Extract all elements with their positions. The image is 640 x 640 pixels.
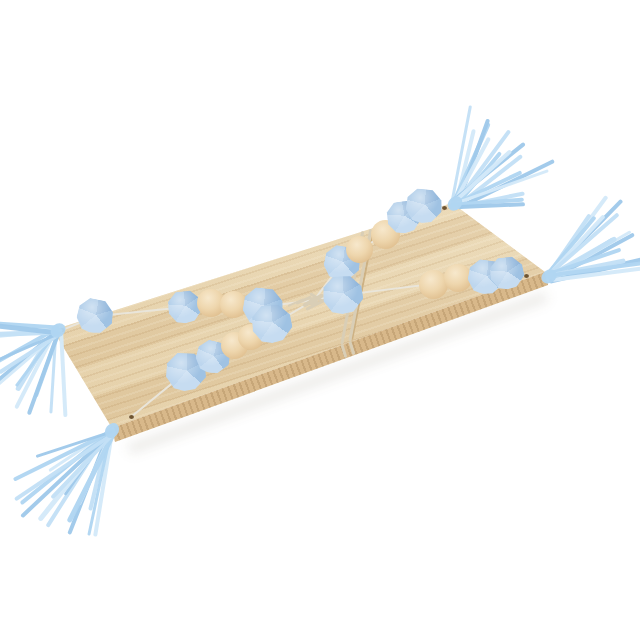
corner-hole [129, 415, 134, 419]
wood-round-bead [220, 291, 247, 318]
wood-round-bead [419, 270, 448, 299]
cord-knot [309, 297, 318, 306]
corner-hole [442, 206, 447, 210]
wood-round-bead [444, 264, 472, 292]
wood-round-bead [346, 236, 373, 263]
product-photo-canvas [0, 0, 640, 640]
